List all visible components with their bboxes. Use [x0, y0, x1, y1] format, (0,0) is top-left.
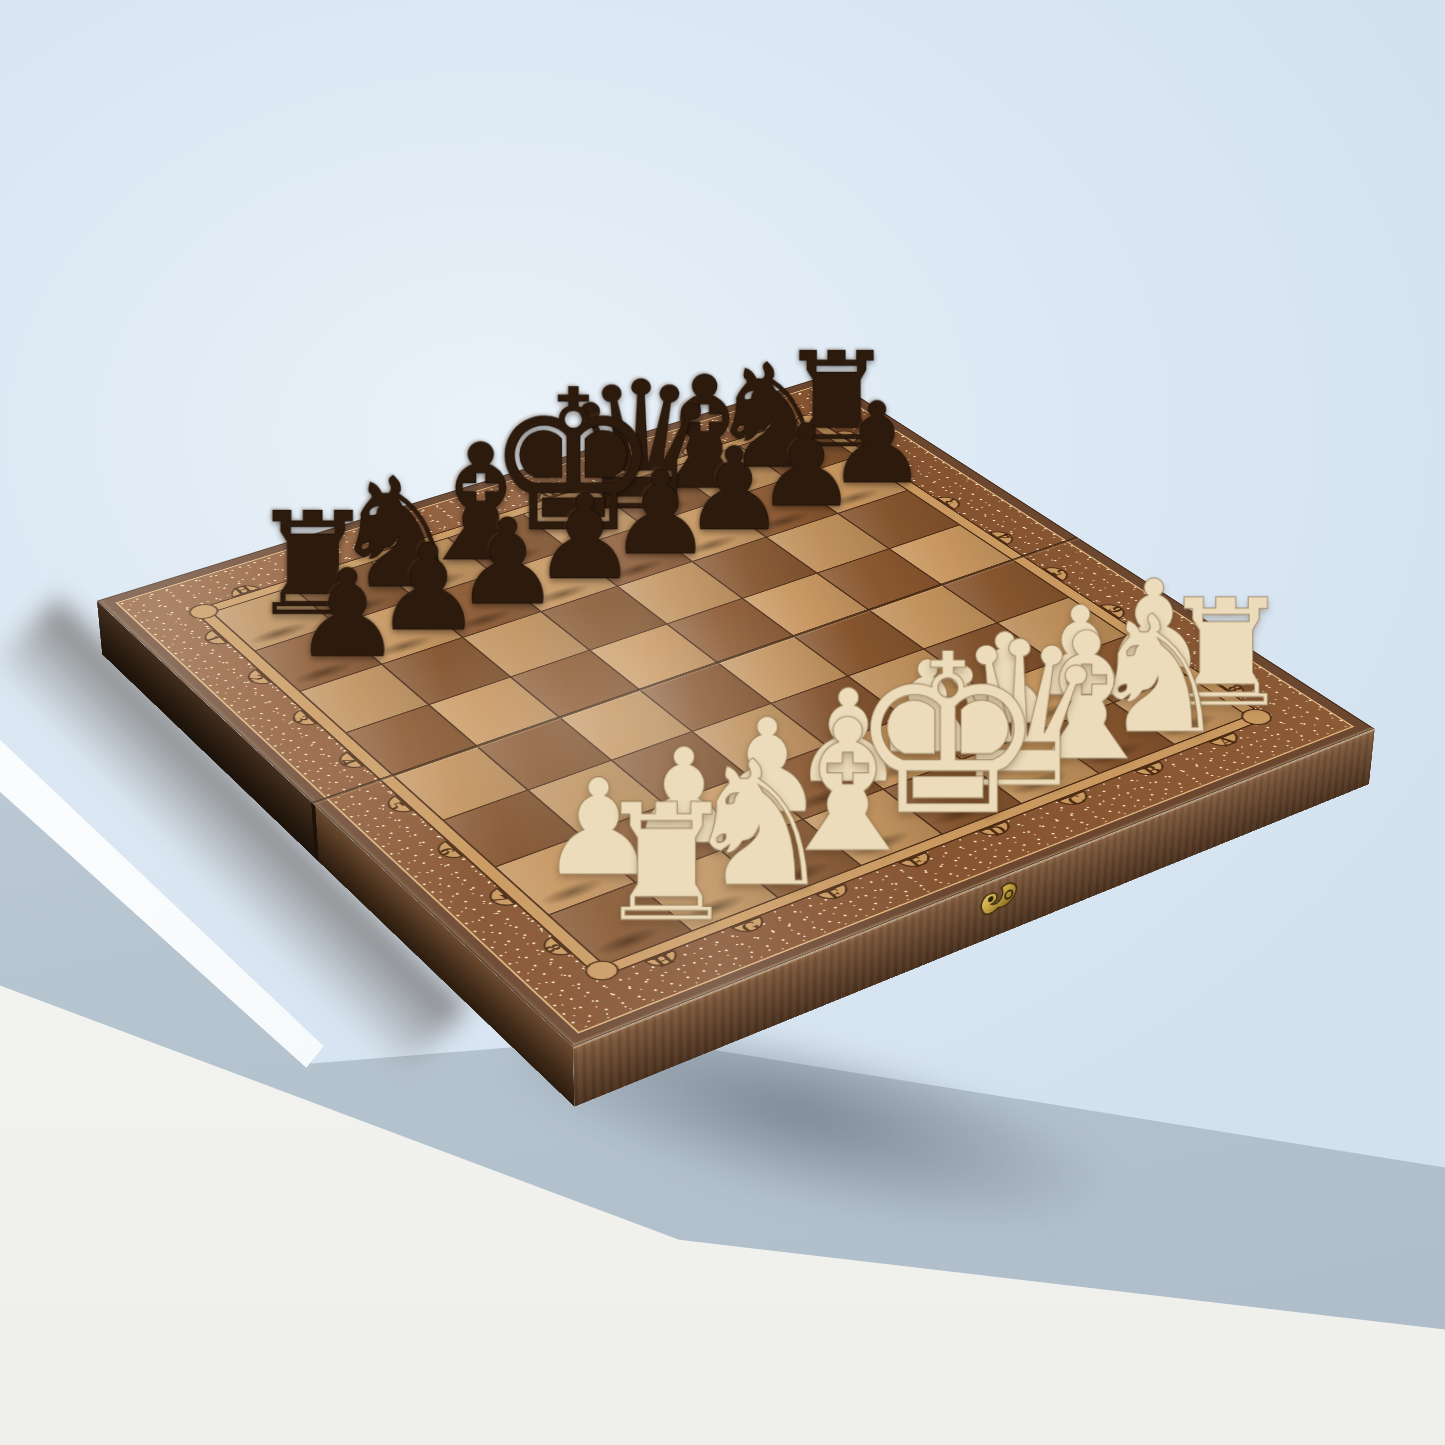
coordinate-label-1: 1: [192, 628, 232, 649]
photo-canvas: HGFEDCBAHGFEDCBA1234567812345678 ♜♞♝♚♛♝♞…: [0, 0, 1445, 1445]
coordinate-label-2: 2: [881, 459, 919, 477]
border-scallop: [536, 936, 570, 959]
border-scallop: [483, 887, 516, 909]
coordinate-label-B: B: [673, 440, 711, 458]
border-scallop: [643, 950, 683, 970]
border-scallop: [242, 669, 272, 688]
border-scallop: [431, 840, 464, 861]
board-3d-scene: HGFEDCBAHGFEDCBA1234567812345678 ♜♞♝♚♛♝♞…: [0, 0, 1445, 1445]
border-scallop: [287, 709, 317, 728]
coordinate-label-D: D: [529, 485, 567, 503]
piece-dark-pawn[interactable]: ♟: [293, 553, 387, 675]
coordinate-label-H: H: [222, 580, 261, 600]
piece-light-rook[interactable]: ♜: [594, 782, 698, 944]
coordinate-label-1: 1: [832, 426, 870, 443]
coordinate-label-A: A: [742, 418, 779, 435]
coordinate-label-4: 4: [984, 527, 1024, 546]
coordinate-label-E: E: [455, 508, 494, 527]
coordinate-label-7: 7: [476, 886, 522, 912]
coordinate-label-3: 3: [932, 492, 971, 511]
coordinate-label-6: 6: [424, 839, 469, 864]
coordinate-label-3: 3: [280, 708, 322, 731]
chess-board: HGFEDCBAHGFEDCBA1234567812345678 ♜♞♝♚♛♝♞…: [97, 376, 1375, 1048]
coordinate-label-C: C: [602, 462, 640, 480]
coordinate-label-H: H: [640, 947, 687, 974]
coordinate-label-8: 8: [529, 934, 576, 961]
coordinate-label-2: 2: [235, 667, 276, 689]
border-corner-scallop: [791, 412, 828, 429]
coordinate-label-5: 5: [374, 794, 418, 818]
border-corner-scallop: [184, 601, 224, 621]
border-scallop: [381, 795, 413, 816]
border-scallop: [333, 751, 364, 771]
coordinate-label-4: 4: [326, 750, 369, 773]
